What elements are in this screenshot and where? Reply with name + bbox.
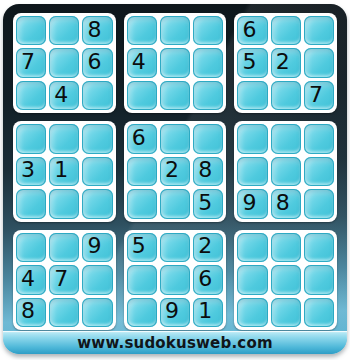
cell-r4c6[interactable] — [193, 124, 223, 153]
cell-r7c1[interactable] — [16, 233, 46, 262]
given-digit: 4 — [132, 51, 146, 73]
cell-r7c3[interactable]: 9 — [82, 233, 112, 262]
cell-r1c7[interactable]: 6 — [237, 16, 267, 45]
cell-r2c8[interactable]: 2 — [271, 48, 301, 77]
cell-r8c5[interactable] — [160, 265, 190, 294]
given-digit: 2 — [165, 159, 179, 181]
cell-r4c7[interactable] — [237, 124, 267, 153]
cell-r5c6[interactable]: 8 — [193, 157, 223, 186]
cell-r1c2[interactable] — [49, 16, 79, 45]
sudoku-app: 87644652731628598947852691 www.sudokuswe… — [0, 0, 350, 360]
given-digit: 8 — [198, 159, 212, 181]
cell-r1c9[interactable] — [304, 16, 334, 45]
cell-r9c4[interactable] — [127, 298, 157, 327]
cell-r5c3[interactable] — [82, 157, 112, 186]
cell-r2c9[interactable] — [304, 48, 334, 77]
cell-r7c6[interactable]: 2 — [193, 233, 223, 262]
given-digit: 8 — [88, 19, 102, 41]
cell-r2c4[interactable]: 4 — [127, 48, 157, 77]
given-digit: 6 — [198, 268, 212, 290]
given-digit: 8 — [21, 300, 35, 322]
cell-r2c6[interactable] — [193, 48, 223, 77]
cell-r7c2[interactable] — [49, 233, 79, 262]
cell-r9c8[interactable] — [271, 298, 301, 327]
cell-r3c8[interactable] — [271, 81, 301, 110]
cell-r6c9[interactable] — [304, 189, 334, 218]
given-digit: 7 — [309, 84, 323, 106]
cell-r5c9[interactable] — [304, 157, 334, 186]
given-digit: 7 — [54, 268, 68, 290]
block-2-2: 6285 — [124, 121, 227, 221]
block-1-1: 8764 — [13, 13, 116, 113]
cell-r8c2[interactable]: 7 — [49, 265, 79, 294]
block-1-2: 4 — [124, 13, 227, 113]
cell-r4c3[interactable] — [82, 124, 112, 153]
block-2-1: 31 — [13, 121, 116, 221]
given-digit: 5 — [198, 192, 212, 214]
cell-r5c2[interactable]: 1 — [49, 157, 79, 186]
cell-r1c1[interactable] — [16, 16, 46, 45]
cell-r2c2[interactable] — [49, 48, 79, 77]
cell-r9c1[interactable]: 8 — [16, 298, 46, 327]
given-digit: 7 — [21, 51, 35, 73]
cell-r8c7[interactable] — [237, 265, 267, 294]
cell-r5c8[interactable] — [271, 157, 301, 186]
given-digit: 9 — [88, 235, 102, 257]
cell-r9c6[interactable]: 1 — [193, 298, 223, 327]
cell-r2c5[interactable] — [160, 48, 190, 77]
cell-r7c7[interactable] — [237, 233, 267, 262]
cell-r7c9[interactable] — [304, 233, 334, 262]
cell-r6c4[interactable] — [127, 189, 157, 218]
given-digit: 5 — [242, 51, 256, 73]
cell-r6c2[interactable] — [49, 189, 79, 218]
cell-r3c1[interactable] — [16, 81, 46, 110]
cell-r9c5[interactable]: 9 — [160, 298, 190, 327]
cell-r7c8[interactable] — [271, 233, 301, 262]
given-digit: 3 — [21, 159, 35, 181]
given-digit: 9 — [242, 192, 256, 214]
cell-r2c3[interactable]: 6 — [82, 48, 112, 77]
cell-r4c8[interactable] — [271, 124, 301, 153]
cell-r3c5[interactable] — [160, 81, 190, 110]
cell-r5c1[interactable]: 3 — [16, 157, 46, 186]
cell-r1c3[interactable]: 8 — [82, 16, 112, 45]
cell-r4c9[interactable] — [304, 124, 334, 153]
cell-r6c6[interactable]: 5 — [193, 189, 223, 218]
block-3-1: 9478 — [13, 230, 116, 330]
cell-r2c1[interactable]: 7 — [16, 48, 46, 77]
given-digit: 1 — [54, 159, 68, 181]
cell-r5c7[interactable] — [237, 157, 267, 186]
cell-r8c6[interactable]: 6 — [193, 265, 223, 294]
cell-r2c7[interactable]: 5 — [237, 48, 267, 77]
cell-r5c5[interactable]: 2 — [160, 157, 190, 186]
block-3-3 — [234, 230, 337, 330]
cell-r9c9[interactable] — [304, 298, 334, 327]
given-digit: 5 — [132, 235, 146, 257]
cell-r3c2[interactable]: 4 — [49, 81, 79, 110]
block-3-2: 52691 — [124, 230, 227, 330]
cell-r9c7[interactable] — [237, 298, 267, 327]
cell-r1c4[interactable] — [127, 16, 157, 45]
given-digit: 6 — [132, 127, 146, 149]
cell-r4c4[interactable]: 6 — [127, 124, 157, 153]
cell-r6c3[interactable] — [82, 189, 112, 218]
cell-r4c2[interactable] — [49, 124, 79, 153]
cell-r1c5[interactable] — [160, 16, 190, 45]
given-digit: 8 — [276, 192, 290, 214]
cell-r7c5[interactable] — [160, 233, 190, 262]
cell-r6c7[interactable]: 9 — [237, 189, 267, 218]
cell-r3c4[interactable] — [127, 81, 157, 110]
sudoku-board: 87644652731628598947852691 — [13, 13, 337, 330]
cell-r9c3[interactable] — [82, 298, 112, 327]
block-2-3: 98 — [234, 121, 337, 221]
cell-r8c1[interactable]: 4 — [16, 265, 46, 294]
cell-r8c9[interactable] — [304, 265, 334, 294]
cell-r6c1[interactable] — [16, 189, 46, 218]
given-digit: 9 — [165, 300, 179, 322]
cell-r8c8[interactable] — [271, 265, 301, 294]
cell-r9c2[interactable] — [49, 298, 79, 327]
cell-r8c3[interactable] — [82, 265, 112, 294]
cell-r5c4[interactable] — [127, 157, 157, 186]
cell-r3c6[interactable] — [193, 81, 223, 110]
given-digit: 2 — [276, 51, 290, 73]
cell-r3c7[interactable] — [237, 81, 267, 110]
given-digit: 6 — [88, 51, 102, 73]
site-banner: www.sudokusweb.com — [3, 331, 347, 354]
cell-r3c9[interactable]: 7 — [304, 81, 334, 110]
given-digit: 1 — [198, 300, 212, 322]
cell-r4c1[interactable] — [16, 124, 46, 153]
cell-r1c6[interactable] — [193, 16, 223, 45]
block-1-3: 6527 — [234, 13, 337, 113]
cell-r7c4[interactable]: 5 — [127, 233, 157, 262]
cell-r6c5[interactable] — [160, 189, 190, 218]
cell-r8c4[interactable] — [127, 265, 157, 294]
site-url: www.sudokusweb.com — [77, 334, 272, 352]
cell-r1c8[interactable] — [271, 16, 301, 45]
cell-r3c3[interactable] — [82, 81, 112, 110]
given-digit: 4 — [54, 84, 68, 106]
given-digit: 6 — [242, 19, 256, 41]
given-digit: 2 — [198, 235, 212, 257]
cell-r6c8[interactable]: 8 — [271, 189, 301, 218]
cell-r4c5[interactable] — [160, 124, 190, 153]
board-frame: 87644652731628598947852691 www.sudokuswe… — [3, 4, 347, 354]
given-digit: 4 — [21, 268, 35, 290]
